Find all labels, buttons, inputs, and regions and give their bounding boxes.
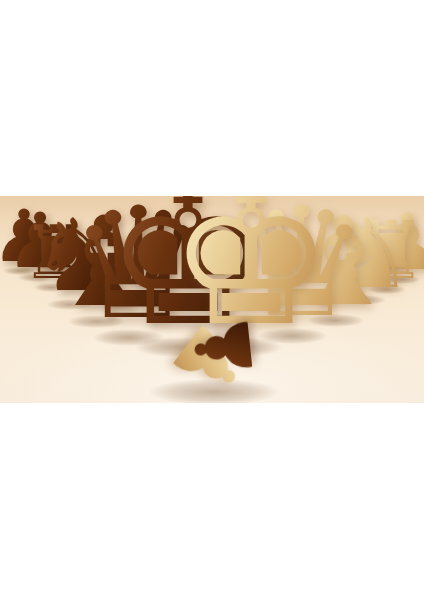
chess-photo: ♟♟♜♞♝♛♚♚♛♝♞♜♟♟♟: [0, 196, 424, 403]
product-photo-page: ♟♟♜♞♝♛♚♚♛♝♞♜♟♟♟: [0, 0, 424, 600]
fallen-dark-pawn: ♟: [183, 309, 266, 385]
